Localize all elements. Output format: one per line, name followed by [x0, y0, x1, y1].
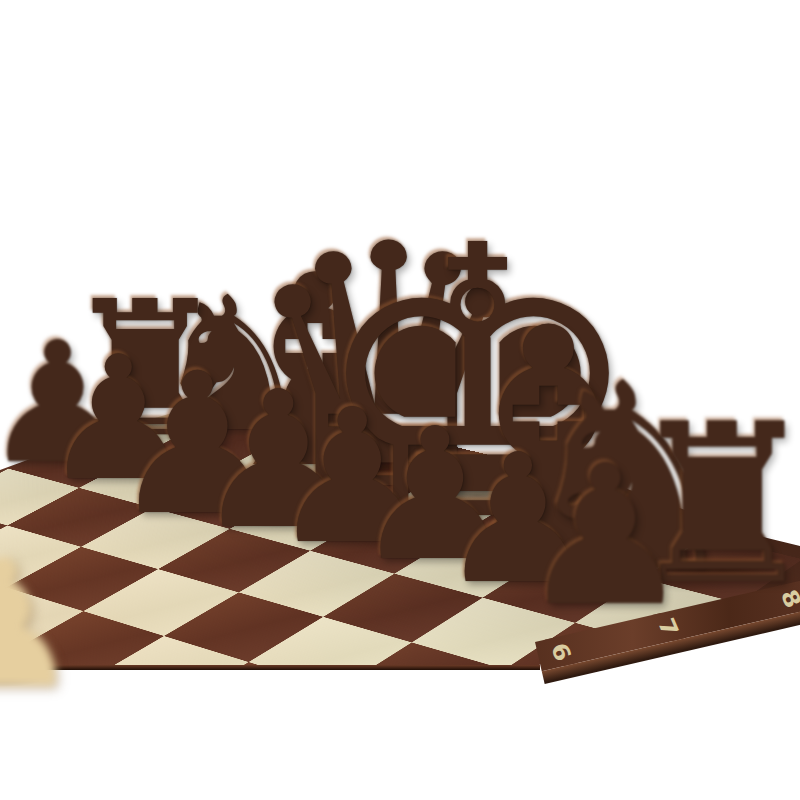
piece-white-pawn-front[interactable]: ♟ [0, 537, 91, 714]
pieces-layer: ♜♞♝♛♚♝♞♜♟♟♟♟♟♟♟♟♟ [0, 0, 800, 800]
piece-black-pawn-h7[interactable]: ♟ [509, 440, 702, 633]
photo-stage: 6 7 8 ♜♞♝♛♚♝♞♜♟♟♟♟♟♟♟♟♟ [0, 0, 800, 800]
